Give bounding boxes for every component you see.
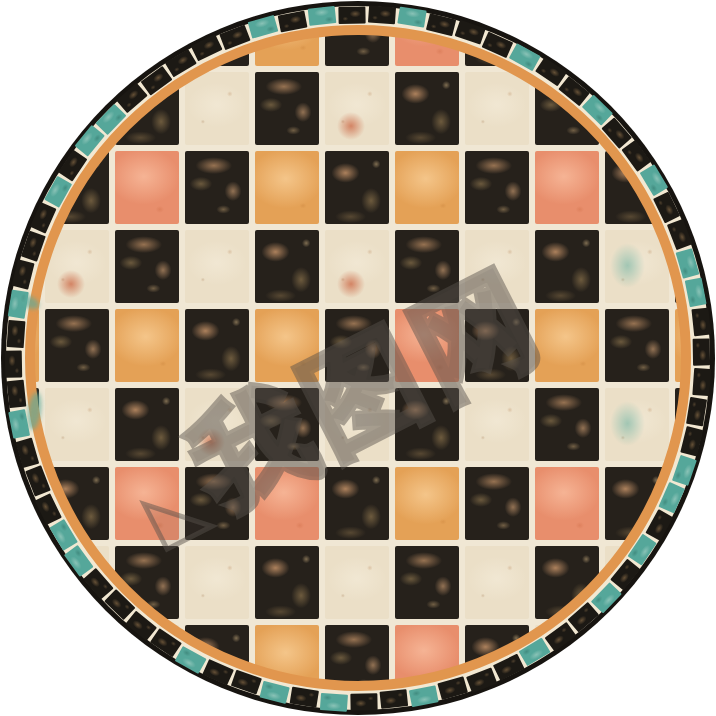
ring-tile xyxy=(368,5,396,24)
board-cell-r8c1[interactable] xyxy=(45,625,109,688)
ring-tile xyxy=(693,338,710,365)
board-cell-r1c0[interactable] xyxy=(28,72,39,145)
ring-tile xyxy=(7,320,26,348)
board-cell-r0c9[interactable] xyxy=(605,28,669,66)
board-cell-r8c9[interactable] xyxy=(605,625,669,688)
board-cell-r7c0[interactable] xyxy=(28,546,39,619)
board-cell-r8c10[interactable] xyxy=(675,625,688,688)
board-cell-r0c10[interactable] xyxy=(675,28,688,66)
circular-checkerboard: ◣ 我图网 xyxy=(0,0,716,716)
board-cell-r1c10[interactable] xyxy=(675,72,688,145)
ring-tile xyxy=(691,308,711,337)
board-cell-r7c10[interactable] xyxy=(675,546,688,619)
board-cell-r8c0[interactable] xyxy=(28,625,39,688)
board-cell-r0c0[interactable] xyxy=(28,28,39,66)
ring-tile xyxy=(7,380,27,409)
ring-tile xyxy=(350,693,377,710)
orange-arc-border xyxy=(25,25,691,691)
ring-tile xyxy=(380,689,409,709)
board-cell-r0c1[interactable] xyxy=(45,28,109,66)
ring-tile xyxy=(5,350,22,377)
ring-tile xyxy=(308,6,337,26)
ring-tile xyxy=(692,368,711,396)
ring-tile xyxy=(338,7,365,24)
ring-tile xyxy=(320,693,348,712)
